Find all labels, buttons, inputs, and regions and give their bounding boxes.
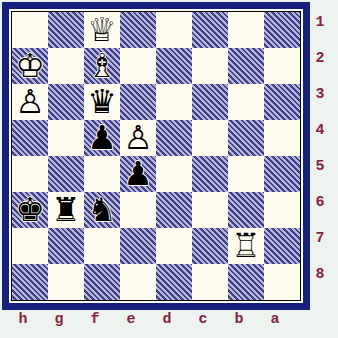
square-c8[interactable] bbox=[192, 264, 228, 300]
square-f6[interactable]: ♞ bbox=[84, 192, 120, 228]
square-e2[interactable] bbox=[120, 48, 156, 84]
square-h1[interactable] bbox=[12, 12, 48, 48]
square-f1[interactable]: ♛♕ bbox=[84, 12, 120, 48]
file-label-b: b bbox=[221, 310, 257, 330]
square-b2[interactable] bbox=[228, 48, 264, 84]
square-h3[interactable]: ♟♙ bbox=[12, 84, 48, 120]
square-d6[interactable] bbox=[156, 192, 192, 228]
white-queen-icon: ♕ bbox=[84, 12, 120, 48]
square-e6[interactable] bbox=[120, 192, 156, 228]
piece-white-king-h2[interactable]: ♚♔ bbox=[12, 48, 48, 84]
file-label-e: e bbox=[113, 310, 149, 330]
square-f4[interactable]: ♟ bbox=[84, 120, 120, 156]
piece-black-queen-f3[interactable]: ♛ bbox=[84, 84, 120, 120]
square-b5[interactable] bbox=[228, 156, 264, 192]
square-f2[interactable]: ♝♗ bbox=[84, 48, 120, 84]
square-g3[interactable] bbox=[48, 84, 84, 120]
square-h6[interactable]: ♚ bbox=[12, 192, 48, 228]
square-b6[interactable] bbox=[228, 192, 264, 228]
square-a3[interactable] bbox=[264, 84, 300, 120]
file-label-a: a bbox=[257, 310, 293, 330]
white-pawn-icon: ♙ bbox=[120, 120, 156, 156]
rank-label-6: 6 bbox=[309, 185, 331, 221]
black-knight-icon: ♞ bbox=[84, 192, 120, 228]
white-king-icon: ♔ bbox=[12, 48, 48, 84]
square-a1[interactable] bbox=[264, 12, 300, 48]
black-pawn-icon: ♟ bbox=[84, 120, 120, 156]
piece-white-bishop-f2[interactable]: ♝♗ bbox=[84, 48, 120, 84]
piece-black-knight-f6[interactable]: ♞ bbox=[84, 192, 120, 228]
square-a7[interactable] bbox=[264, 228, 300, 264]
rank-label-8: 8 bbox=[309, 257, 331, 293]
square-e4[interactable]: ♟♙ bbox=[120, 120, 156, 156]
square-h8[interactable] bbox=[12, 264, 48, 300]
square-a5[interactable] bbox=[264, 156, 300, 192]
piece-black-pawn-f4[interactable]: ♟ bbox=[84, 120, 120, 156]
square-c3[interactable] bbox=[192, 84, 228, 120]
black-rook-icon: ♜ bbox=[48, 192, 84, 228]
square-f5[interactable] bbox=[84, 156, 120, 192]
square-e3[interactable] bbox=[120, 84, 156, 120]
file-label-d: d bbox=[149, 310, 185, 330]
square-f7[interactable] bbox=[84, 228, 120, 264]
square-b8[interactable] bbox=[228, 264, 264, 300]
square-g4[interactable] bbox=[48, 120, 84, 156]
piece-white-pawn-h3[interactable]: ♟♙ bbox=[12, 84, 48, 120]
square-c5[interactable] bbox=[192, 156, 228, 192]
square-d7[interactable] bbox=[156, 228, 192, 264]
square-b4[interactable] bbox=[228, 120, 264, 156]
square-b3[interactable] bbox=[228, 84, 264, 120]
square-e8[interactable] bbox=[120, 264, 156, 300]
square-c4[interactable] bbox=[192, 120, 228, 156]
square-e7[interactable] bbox=[120, 228, 156, 264]
square-g1[interactable] bbox=[48, 12, 84, 48]
square-f8[interactable] bbox=[84, 264, 120, 300]
file-label-g: g bbox=[41, 310, 77, 330]
chess-board-frame: ♛♕♚♔♝♗♟♙♛♟♟♙♟♚♜♞♜♖ bbox=[2, 2, 310, 310]
square-e1[interactable] bbox=[120, 12, 156, 48]
square-d5[interactable] bbox=[156, 156, 192, 192]
square-h7[interactable] bbox=[12, 228, 48, 264]
square-c1[interactable] bbox=[192, 12, 228, 48]
square-d2[interactable] bbox=[156, 48, 192, 84]
square-a6[interactable] bbox=[264, 192, 300, 228]
square-g8[interactable] bbox=[48, 264, 84, 300]
square-d1[interactable] bbox=[156, 12, 192, 48]
square-h5[interactable] bbox=[12, 156, 48, 192]
file-label-c: c bbox=[185, 310, 221, 330]
rank-label-7: 7 bbox=[309, 221, 331, 257]
square-a4[interactable] bbox=[264, 120, 300, 156]
piece-black-rook-g6[interactable]: ♜ bbox=[48, 192, 84, 228]
square-c6[interactable] bbox=[192, 192, 228, 228]
rank-label-5: 5 bbox=[309, 149, 331, 185]
square-f3[interactable]: ♛ bbox=[84, 84, 120, 120]
rank-label-2: 2 bbox=[309, 41, 331, 77]
piece-black-pawn-e5[interactable]: ♟ bbox=[120, 156, 156, 192]
square-d8[interactable] bbox=[156, 264, 192, 300]
rank-label-4: 4 bbox=[309, 113, 331, 149]
piece-black-king-h6[interactable]: ♚ bbox=[12, 192, 48, 228]
square-g6[interactable]: ♜ bbox=[48, 192, 84, 228]
square-c7[interactable] bbox=[192, 228, 228, 264]
square-g7[interactable] bbox=[48, 228, 84, 264]
square-a8[interactable] bbox=[264, 264, 300, 300]
white-rook-icon: ♖ bbox=[228, 228, 264, 264]
square-h4[interactable] bbox=[12, 120, 48, 156]
square-g5[interactable] bbox=[48, 156, 84, 192]
rank-label-3: 3 bbox=[309, 77, 331, 113]
piece-white-pawn-e4[interactable]: ♟♙ bbox=[120, 120, 156, 156]
piece-white-queen-f1[interactable]: ♛♕ bbox=[84, 12, 120, 48]
square-g2[interactable] bbox=[48, 48, 84, 84]
square-e5[interactable]: ♟ bbox=[120, 156, 156, 192]
white-bishop-icon: ♗ bbox=[84, 48, 120, 84]
board-grid: ♛♕♚♔♝♗♟♙♛♟♟♙♟♚♜♞♜♖ bbox=[12, 12, 300, 300]
piece-white-rook-b7[interactable]: ♜♖ bbox=[228, 228, 264, 264]
rank-label-1: 1 bbox=[309, 5, 331, 41]
black-queen-icon: ♛ bbox=[84, 84, 120, 120]
file-label-h: h bbox=[5, 310, 41, 330]
page-background: ♛♕♚♔♝♗♟♙♛♟♟♙♟♚♜♞♜♖ 12345678 hgfedcba bbox=[0, 0, 338, 338]
chess-board-border: ♛♕♚♔♝♗♟♙♛♟♟♙♟♚♜♞♜♖ bbox=[11, 11, 301, 301]
square-h2[interactable]: ♚♔ bbox=[12, 48, 48, 84]
square-c2[interactable] bbox=[192, 48, 228, 84]
square-a2[interactable] bbox=[264, 48, 300, 84]
square-b1[interactable] bbox=[228, 12, 264, 48]
square-b7[interactable]: ♜♖ bbox=[228, 228, 264, 264]
white-pawn-icon: ♙ bbox=[12, 84, 48, 120]
square-d3[interactable] bbox=[156, 84, 192, 120]
black-king-icon: ♚ bbox=[12, 192, 48, 228]
black-pawn-icon: ♟ bbox=[120, 156, 156, 192]
square-d4[interactable] bbox=[156, 120, 192, 156]
file-label-f: f bbox=[77, 310, 113, 330]
